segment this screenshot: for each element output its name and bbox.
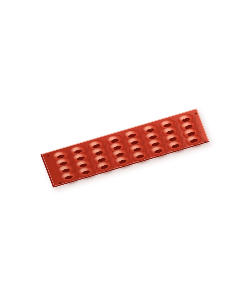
corner-holes: [42, 109, 208, 186]
corner-hole: [204, 140, 207, 142]
corner-hole: [194, 112, 197, 114]
corner-hole: [58, 182, 61, 184]
product-photo: Angled product photo of a red-orange fle…: [0, 0, 236, 305]
mold-tray: [40, 108, 210, 188]
corner-hole: [46, 155, 49, 157]
